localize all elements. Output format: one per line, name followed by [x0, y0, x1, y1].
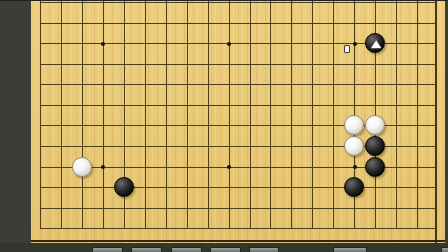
app-window: [0, 0, 448, 252]
star-point-4-10: [101, 42, 105, 46]
grid-line-col-2: [61, 1, 62, 229]
stone-black-R5: [365, 136, 385, 156]
last-move-marker: [370, 39, 382, 49]
grid-line-col-6: [145, 1, 146, 229]
toolbar-button-1[interactable]: [92, 247, 123, 252]
grid-line-col-13: [291, 1, 292, 229]
grid-line-row-13: [40, 105, 437, 106]
grid-line-row-11: [40, 64, 437, 65]
stone-black-R4: [365, 157, 385, 177]
stone-white-C4: [72, 157, 92, 177]
toolbar-button-5[interactable]: [249, 247, 279, 252]
board-border-bottom: [31, 240, 445, 242]
grid-line-col-9: [208, 1, 209, 229]
grid-line-col-19: [417, 1, 418, 229]
grid-line-col-8: [187, 1, 188, 229]
stone-white-Q6: [344, 115, 364, 135]
goban[interactable]: [31, 1, 445, 243]
star-point-16-16: [353, 165, 357, 169]
grid-line-col-18: [396, 1, 397, 229]
grid-line-row-12: [40, 84, 437, 85]
toolbar-button-2[interactable]: [131, 247, 162, 252]
grid-line-row-18: [40, 208, 437, 209]
grid-line-col-1: [40, 1, 41, 229]
board-border-right: [435, 1, 437, 243]
grid-line-row-8: [40, 2, 437, 3]
star-point-16-10: [353, 42, 357, 46]
stone-white-Q5: [344, 136, 364, 156]
grid-line-col-11: [250, 1, 251, 229]
grid-line-row-17: [40, 187, 437, 188]
star-point-4-16: [101, 165, 105, 169]
toolbar-button-7[interactable]: [441, 247, 448, 252]
stone-black-Q3: [344, 177, 364, 197]
stone-black-E3: [114, 177, 134, 197]
toolbar-button-4[interactable]: [210, 247, 241, 252]
grid-line-col-10: [229, 1, 230, 229]
grid-line-col-14: [312, 1, 313, 229]
stone-black-R10: [365, 33, 385, 53]
star-point-10-10: [227, 42, 231, 46]
toolbar-button-3[interactable]: [171, 247, 202, 252]
bottom-toolbar: [0, 243, 448, 252]
grid-line-col-4: [103, 1, 104, 229]
toolbar-button-6[interactable]: [333, 247, 367, 252]
mouse-cursor: [344, 45, 350, 53]
grid-line-col-3: [82, 1, 83, 229]
grid-line-col-7: [166, 1, 167, 229]
grid-line-col-12: [270, 1, 271, 229]
star-point-10-16: [227, 165, 231, 169]
stone-white-R6: [365, 115, 385, 135]
grid-line-row-19: [40, 228, 437, 229]
grid-line-col-15: [333, 1, 334, 229]
grid-line-row-9: [40, 23, 437, 24]
